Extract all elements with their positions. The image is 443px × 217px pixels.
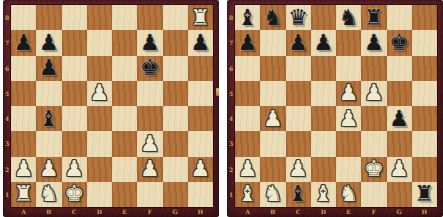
file-label-g: G: [387, 207, 412, 217]
square-h7: [412, 30, 437, 55]
square-d8: [311, 5, 336, 30]
white-pawn: ♟: [288, 158, 308, 180]
black-pawn: ♟: [238, 32, 258, 54]
square-g1: [163, 182, 188, 207]
square-e3: [112, 131, 137, 156]
square-e1: ♞: [336, 182, 361, 207]
square-d1: [87, 182, 112, 207]
black-pawn: ♟: [191, 32, 211, 54]
square-c4: [62, 106, 87, 131]
square-e5: [112, 81, 137, 106]
white-pawn: ♟: [140, 133, 160, 155]
square-d8: [87, 5, 112, 30]
white-pawn: ♟: [339, 82, 359, 104]
square-e7: [112, 30, 137, 55]
square-f7: ♟: [361, 30, 386, 55]
square-g4: [163, 106, 188, 131]
square-f2: ♚: [361, 157, 386, 182]
rank-label-8: 8: [3, 5, 11, 30]
square-a3: [235, 131, 260, 156]
square-f8: [137, 5, 162, 30]
white-knight: ♞: [39, 183, 59, 205]
file-label-d: D: [311, 207, 336, 217]
square-d3: [311, 131, 336, 156]
white-pawn: ♟: [14, 158, 34, 180]
white-pawn: ♟: [238, 158, 258, 180]
rank-label-5: 5: [3, 81, 11, 106]
black-knight: ♞: [339, 7, 359, 29]
square-f4: [361, 106, 386, 131]
black-queen: ♛: [288, 7, 308, 29]
square-h2: [412, 157, 437, 182]
square-c1: ♝: [286, 182, 311, 207]
square-f6: ♚: [137, 56, 162, 81]
square-d3: [87, 131, 112, 156]
square-d5: [311, 81, 336, 106]
square-b4: ♝: [36, 106, 61, 131]
square-b7: ♟: [36, 30, 61, 55]
file-label-g: G: [163, 207, 188, 217]
square-h4: [188, 106, 213, 131]
file-label-h: H: [412, 207, 437, 217]
white-rook: ♜: [191, 7, 211, 29]
black-bishop: ♝: [39, 108, 59, 130]
black-pawn: ♟: [39, 57, 59, 79]
rank-label-4: 4: [3, 106, 11, 131]
square-a5: [235, 81, 260, 106]
square-h4: [412, 106, 437, 131]
rank-label-8: 8: [227, 5, 235, 30]
square-b2: ♟: [36, 157, 61, 182]
square-c3: [286, 131, 311, 156]
rank-label-2: 2: [3, 157, 11, 182]
square-e8: [112, 5, 137, 30]
white-king: ♚: [64, 183, 84, 205]
black-pawn: ♟: [39, 32, 59, 54]
black-pawn: ♟: [364, 32, 384, 54]
square-b3: [36, 131, 61, 156]
left-board-squares: ♜♟♟♟♟♟♚♟♝♟♟♟♟♟♟♜♞♚: [11, 5, 213, 207]
rank-label-6: 6: [227, 56, 235, 81]
square-c4: [286, 106, 311, 131]
black-pawn: ♟: [288, 32, 308, 54]
file-label-h: H: [188, 207, 213, 217]
white-pawn: ♟: [140, 158, 160, 180]
right-board-file-labels: ABCDEFGH: [235, 207, 437, 217]
square-c5: [62, 81, 87, 106]
file-label-c: C: [286, 207, 311, 217]
square-e4: ♟: [336, 106, 361, 131]
square-c1: ♚: [62, 182, 87, 207]
square-c2: ♟: [62, 157, 87, 182]
black-king: ♚: [389, 32, 409, 54]
square-e2: [336, 157, 361, 182]
square-f5: [137, 81, 162, 106]
black-bishop: ♝: [288, 183, 308, 205]
file-label-f: F: [361, 207, 386, 217]
square-f4: [137, 106, 162, 131]
square-g8: [163, 5, 188, 30]
rank-label-7: 7: [227, 30, 235, 55]
square-e6: [336, 56, 361, 81]
square-f3: [361, 131, 386, 156]
square-c8: [62, 5, 87, 30]
file-label-e: E: [112, 207, 137, 217]
square-a4: [11, 106, 36, 131]
square-a7: ♟: [11, 30, 36, 55]
rank-label-5: 5: [227, 81, 235, 106]
square-d5: ♟: [87, 81, 112, 106]
diagram-row: ♜♟♟♟♟♟♚♟♝♟♟♟♟♟♟♜♞♚ 87654321 ABCDEFGH ♝♞♛…: [0, 0, 443, 217]
square-e2: [112, 157, 137, 182]
rank-label-4: 4: [227, 106, 235, 131]
square-g1: [387, 182, 412, 207]
square-c6: [286, 56, 311, 81]
square-a8: ♝: [235, 5, 260, 30]
black-pawn: ♟: [314, 32, 334, 54]
square-a5: [11, 81, 36, 106]
square-a4: [235, 106, 260, 131]
square-d2: [87, 157, 112, 182]
right-board: ♝♞♛♞♜♟♟♟♟♚♟♟♟♟♟♟♟♚♟♝♞♝♝♞♜ 87654321 ABCDE…: [227, 0, 443, 217]
right-board-squares: ♝♞♛♞♜♟♟♟♟♚♟♟♟♟♟♟♟♚♟♝♞♝♝♞♜: [235, 5, 437, 207]
square-d7: [87, 30, 112, 55]
white-rook: ♜: [14, 183, 34, 205]
square-g5: [387, 81, 412, 106]
square-e7: [336, 30, 361, 55]
white-pawn: ♟: [263, 108, 283, 130]
rank-label-1: 1: [227, 182, 235, 207]
file-label-d: D: [87, 207, 112, 217]
black-rook: ♜: [364, 7, 384, 29]
square-c5: [286, 81, 311, 106]
square-f3: ♟: [137, 131, 162, 156]
white-pawn: ♟: [64, 158, 84, 180]
square-c7: [62, 30, 87, 55]
white-pawn: ♟: [90, 82, 110, 104]
white-king: ♚: [364, 158, 384, 180]
left-board-file-labels: ABCDEFGH: [11, 207, 213, 217]
square-b1: ♞: [36, 182, 61, 207]
square-b2: [260, 157, 285, 182]
right-board-rank-labels: 87654321: [227, 5, 235, 207]
square-h6: [188, 56, 213, 81]
square-g2: ♟: [387, 157, 412, 182]
file-label-a: A: [11, 207, 36, 217]
rank-label-7: 7: [3, 30, 11, 55]
square-d6: [311, 56, 336, 81]
square-h1: [188, 182, 213, 207]
square-e4: [112, 106, 137, 131]
square-b4: ♟: [260, 106, 285, 131]
square-d4: [311, 106, 336, 131]
square-e8: ♞: [336, 5, 361, 30]
square-h8: [412, 5, 437, 30]
square-e1: [112, 182, 137, 207]
square-h6: [412, 56, 437, 81]
square-a2: ♟: [235, 157, 260, 182]
black-pawn: ♟: [389, 108, 409, 130]
square-f7: ♟: [137, 30, 162, 55]
square-h7: ♟: [188, 30, 213, 55]
square-h3: [412, 131, 437, 156]
square-d1: ♝: [311, 182, 336, 207]
board-clasp-icon: [216, 88, 219, 96]
square-g7: [163, 30, 188, 55]
square-b5: [36, 81, 61, 106]
file-label-c: C: [62, 207, 87, 217]
square-e3: [336, 131, 361, 156]
square-h3: [188, 131, 213, 156]
square-b8: [36, 5, 61, 30]
left-board-rank-labels: 87654321: [3, 5, 11, 207]
square-d6: [87, 56, 112, 81]
square-e5: ♟: [336, 81, 361, 106]
square-g6: [387, 56, 412, 81]
square-a7: ♟: [235, 30, 260, 55]
square-g6: [163, 56, 188, 81]
square-g5: [163, 81, 188, 106]
square-f5: ♟: [361, 81, 386, 106]
file-label-b: B: [260, 207, 285, 217]
black-rook: ♜: [415, 183, 435, 205]
square-f2: ♟: [137, 157, 162, 182]
black-bishop: ♝: [238, 7, 258, 29]
left-board: ♜♟♟♟♟♟♚♟♝♟♟♟♟♟♟♜♞♚ 87654321 ABCDEFGH: [3, 0, 219, 217]
white-bishop: ♝: [314, 183, 334, 205]
square-h8: ♜: [188, 5, 213, 30]
rank-label-3: 3: [227, 131, 235, 156]
square-b1: ♞: [260, 182, 285, 207]
file-label-a: A: [235, 207, 260, 217]
square-a1: ♜: [11, 182, 36, 207]
rank-label-6: 6: [3, 56, 11, 81]
file-label-e: E: [336, 207, 361, 217]
square-a1: ♝: [235, 182, 260, 207]
rank-label-1: 1: [3, 182, 11, 207]
square-c7: ♟: [286, 30, 311, 55]
square-a3: [11, 131, 36, 156]
square-d2: [311, 157, 336, 182]
square-a2: ♟: [11, 157, 36, 182]
square-d7: ♟: [311, 30, 336, 55]
square-g7: ♚: [387, 30, 412, 55]
square-b5: [260, 81, 285, 106]
square-b3: [260, 131, 285, 156]
white-pawn: ♟: [389, 158, 409, 180]
white-pawn: ♟: [191, 158, 211, 180]
rank-label-2: 2: [227, 157, 235, 182]
square-h5: [188, 81, 213, 106]
square-b6: [260, 56, 285, 81]
square-c2: ♟: [286, 157, 311, 182]
white-pawn: ♟: [39, 158, 59, 180]
square-g4: ♟: [387, 106, 412, 131]
square-h1: ♜: [412, 182, 437, 207]
black-knight: ♞: [263, 7, 283, 29]
square-g3: [163, 131, 188, 156]
square-f1: [361, 182, 386, 207]
square-g3: [387, 131, 412, 156]
square-b6: ♟: [36, 56, 61, 81]
white-pawn: ♟: [364, 82, 384, 104]
square-a6: [235, 56, 260, 81]
white-bishop: ♝: [238, 183, 258, 205]
square-d4: [87, 106, 112, 131]
square-a8: [11, 5, 36, 30]
black-king: ♚: [140, 57, 160, 79]
square-c3: [62, 131, 87, 156]
square-h2: ♟: [188, 157, 213, 182]
rank-label-3: 3: [3, 131, 11, 156]
square-g2: [163, 157, 188, 182]
square-f8: ♜: [361, 5, 386, 30]
file-label-f: F: [137, 207, 162, 217]
square-b8: ♞: [260, 5, 285, 30]
white-pawn: ♟: [339, 108, 359, 130]
square-c8: ♛: [286, 5, 311, 30]
square-c6: [62, 56, 87, 81]
square-h5: [412, 81, 437, 106]
square-e6: [112, 56, 137, 81]
white-knight: ♞: [263, 183, 283, 205]
square-g8: [387, 5, 412, 30]
square-f6: [361, 56, 386, 81]
black-pawn: ♟: [140, 32, 160, 54]
file-label-b: B: [36, 207, 61, 217]
square-f1: [137, 182, 162, 207]
white-knight: ♞: [339, 183, 359, 205]
black-pawn: ♟: [14, 32, 34, 54]
square-a6: [11, 56, 36, 81]
square-b7: [260, 30, 285, 55]
